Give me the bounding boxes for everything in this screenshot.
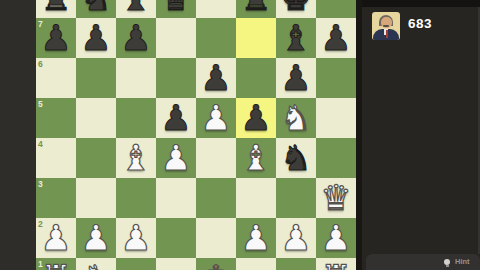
avatar-tie (386, 30, 388, 38)
square-h1[interactable]: ♜ (316, 258, 356, 270)
rank-label-2: 2 (38, 219, 43, 229)
square-a3[interactable]: 3 (36, 178, 76, 218)
square-f4[interactable]: ♝ (236, 138, 276, 178)
piece-wP-d4[interactable]: ♟ (156, 138, 196, 178)
square-b6[interactable] (76, 58, 116, 98)
piece-bB-g7[interactable]: ♝ (276, 18, 316, 58)
square-g4[interactable]: ♞ (276, 138, 316, 178)
side-panel: 683 Hint (362, 0, 480, 270)
piece-bP-h7[interactable]: ♟ (316, 18, 356, 58)
piece-bP-f5[interactable]: ♟ (236, 98, 276, 138)
piece-wP-b2[interactable]: ♟ (76, 218, 116, 258)
square-c8[interactable]: ♝ (116, 0, 156, 18)
rank-label-5: 5 (38, 99, 43, 109)
square-h3[interactable]: ♛ (316, 178, 356, 218)
square-h7[interactable]: ♟ (316, 18, 356, 58)
rank-label-6: 6 (38, 59, 43, 69)
piece-wP-h2[interactable]: ♟ (316, 218, 356, 258)
piece-wB-c4[interactable]: ♝ (116, 138, 156, 178)
square-e2[interactable] (196, 218, 236, 258)
square-b7[interactable]: ♟ (76, 18, 116, 58)
piece-wK-e1[interactable]: ♚ (196, 258, 236, 270)
piece-wN-b1[interactable]: ♞ (76, 258, 116, 270)
hint-bar: Hint (366, 254, 480, 270)
square-g5[interactable]: ♞ (276, 98, 316, 138)
square-e5[interactable]: ♟ (196, 98, 236, 138)
square-g2[interactable]: ♟ (276, 218, 316, 258)
square-a1[interactable]: 1♜ (36, 258, 76, 270)
square-h5[interactable] (316, 98, 356, 138)
square-c5[interactable] (116, 98, 156, 138)
square-b2[interactable]: ♟ (76, 218, 116, 258)
rank-label-3: 3 (38, 179, 43, 189)
square-c2[interactable]: ♟ (116, 218, 156, 258)
square-e3[interactable] (196, 178, 236, 218)
square-h2[interactable]: ♟ (316, 218, 356, 258)
piece-bQ-d8[interactable]: ♛ (156, 0, 196, 18)
square-g7[interactable]: ♝ (276, 18, 316, 58)
square-f8[interactable]: ♜ (236, 0, 276, 18)
square-f5[interactable]: ♟ (236, 98, 276, 138)
square-d2[interactable] (156, 218, 196, 258)
square-g1[interactable] (276, 258, 316, 270)
panel-top-strip (362, 0, 480, 7)
square-g6[interactable]: ♟ (276, 58, 316, 98)
square-h4[interactable] (316, 138, 356, 178)
square-f7[interactable] (236, 18, 276, 58)
square-b4[interactable] (76, 138, 116, 178)
piece-bR-a8[interactable]: ♜ (36, 0, 76, 18)
square-f2[interactable]: ♟ (236, 218, 276, 258)
piece-wQ-h3[interactable]: ♛ (316, 178, 356, 218)
rank-label-7: 7 (38, 19, 43, 29)
square-a2[interactable]: 2♟ (36, 218, 76, 258)
square-c3[interactable] (116, 178, 156, 218)
piece-wP-c2[interactable]: ♟ (116, 218, 156, 258)
rank-label-1: 1 (38, 259, 43, 269)
square-g3[interactable] (276, 178, 316, 218)
square-c1[interactable] (116, 258, 156, 270)
square-c4[interactable]: ♝ (116, 138, 156, 178)
square-d4[interactable]: ♟ (156, 138, 196, 178)
square-g8[interactable]: ♚ (276, 0, 316, 18)
square-b8[interactable]: ♞ (76, 0, 116, 18)
square-f1[interactable] (236, 258, 276, 270)
hint-label: Hint (455, 257, 470, 266)
page-root: ✦ 8♜♞♝♛♜♚7♟♟♟♝♟6♟♟5♟♟♟♞4♝♟♝♞3♛2♟♟♟♟♟♟1♜♞… (0, 0, 480, 270)
piece-wR-h1[interactable]: ♜ (316, 258, 356, 270)
square-d3[interactable] (156, 178, 196, 218)
square-h8[interactable] (316, 0, 356, 18)
square-a4[interactable]: 4 (36, 138, 76, 178)
piece-bN-b8[interactable]: ♞ (76, 0, 116, 18)
piece-bP-g6[interactable]: ♟ (276, 58, 316, 98)
square-d5[interactable]: ♟ (156, 98, 196, 138)
piece-bP-d5[interactable]: ♟ (156, 98, 196, 138)
piece-wP-f2[interactable]: ♟ (236, 218, 276, 258)
piece-bP-c7[interactable]: ♟ (116, 18, 156, 58)
piece-wP-g2[interactable]: ♟ (276, 218, 316, 258)
hint-button[interactable]: Hint (444, 257, 470, 266)
piece-bR-f8[interactable]: ♜ (236, 0, 276, 18)
square-e6[interactable]: ♟ (196, 58, 236, 98)
piece-bN-g4[interactable]: ♞ (276, 138, 316, 178)
square-b5[interactable] (76, 98, 116, 138)
chess-board: ✦ 8♜♞♝♛♜♚7♟♟♟♝♟6♟♟5♟♟♟♞4♝♟♝♞3♛2♟♟♟♟♟♟1♜♞… (36, 0, 356, 270)
square-c7[interactable]: ♟ (116, 18, 156, 58)
square-a5[interactable]: 5 (36, 98, 76, 138)
square-f3[interactable] (236, 178, 276, 218)
piece-bP-e6[interactable]: ♟ (196, 58, 236, 98)
opponent-rating: 683 (408, 16, 432, 31)
opponent-avatar[interactable] (372, 12, 400, 40)
piece-wB-f4[interactable]: ♝ (236, 138, 276, 178)
square-h6[interactable] (316, 58, 356, 98)
square-d7[interactable] (156, 18, 196, 58)
piece-bP-b7[interactable]: ♟ (76, 18, 116, 58)
square-e7[interactable] (196, 18, 236, 58)
piece-wN-g5[interactable]: ♞ (276, 98, 316, 138)
square-d6[interactable] (156, 58, 196, 98)
square-d8[interactable]: ♛ (156, 0, 196, 18)
square-a8[interactable]: 8♜ (36, 0, 76, 18)
square-b1[interactable]: ♞ (76, 258, 116, 270)
square-f6[interactable] (236, 58, 276, 98)
square-c6[interactable] (116, 58, 156, 98)
square-e4[interactable] (196, 138, 236, 178)
square-e1[interactable]: ♚ (196, 258, 236, 270)
piece-bB-c8[interactable]: ♝ (116, 0, 156, 18)
square-a7[interactable]: 7♟ (36, 18, 76, 58)
avatar-mustache (383, 25, 389, 27)
square-d1[interactable] (156, 258, 196, 270)
rank-label-4: 4 (38, 139, 43, 149)
piece-bK-g8[interactable]: ♚ (276, 0, 316, 18)
square-e8[interactable] (196, 0, 236, 18)
piece-wP-e5[interactable]: ♟ (196, 98, 236, 138)
square-a6[interactable]: 6 (36, 58, 76, 98)
square-b3[interactable] (76, 178, 116, 218)
lightbulb-icon (444, 259, 450, 265)
